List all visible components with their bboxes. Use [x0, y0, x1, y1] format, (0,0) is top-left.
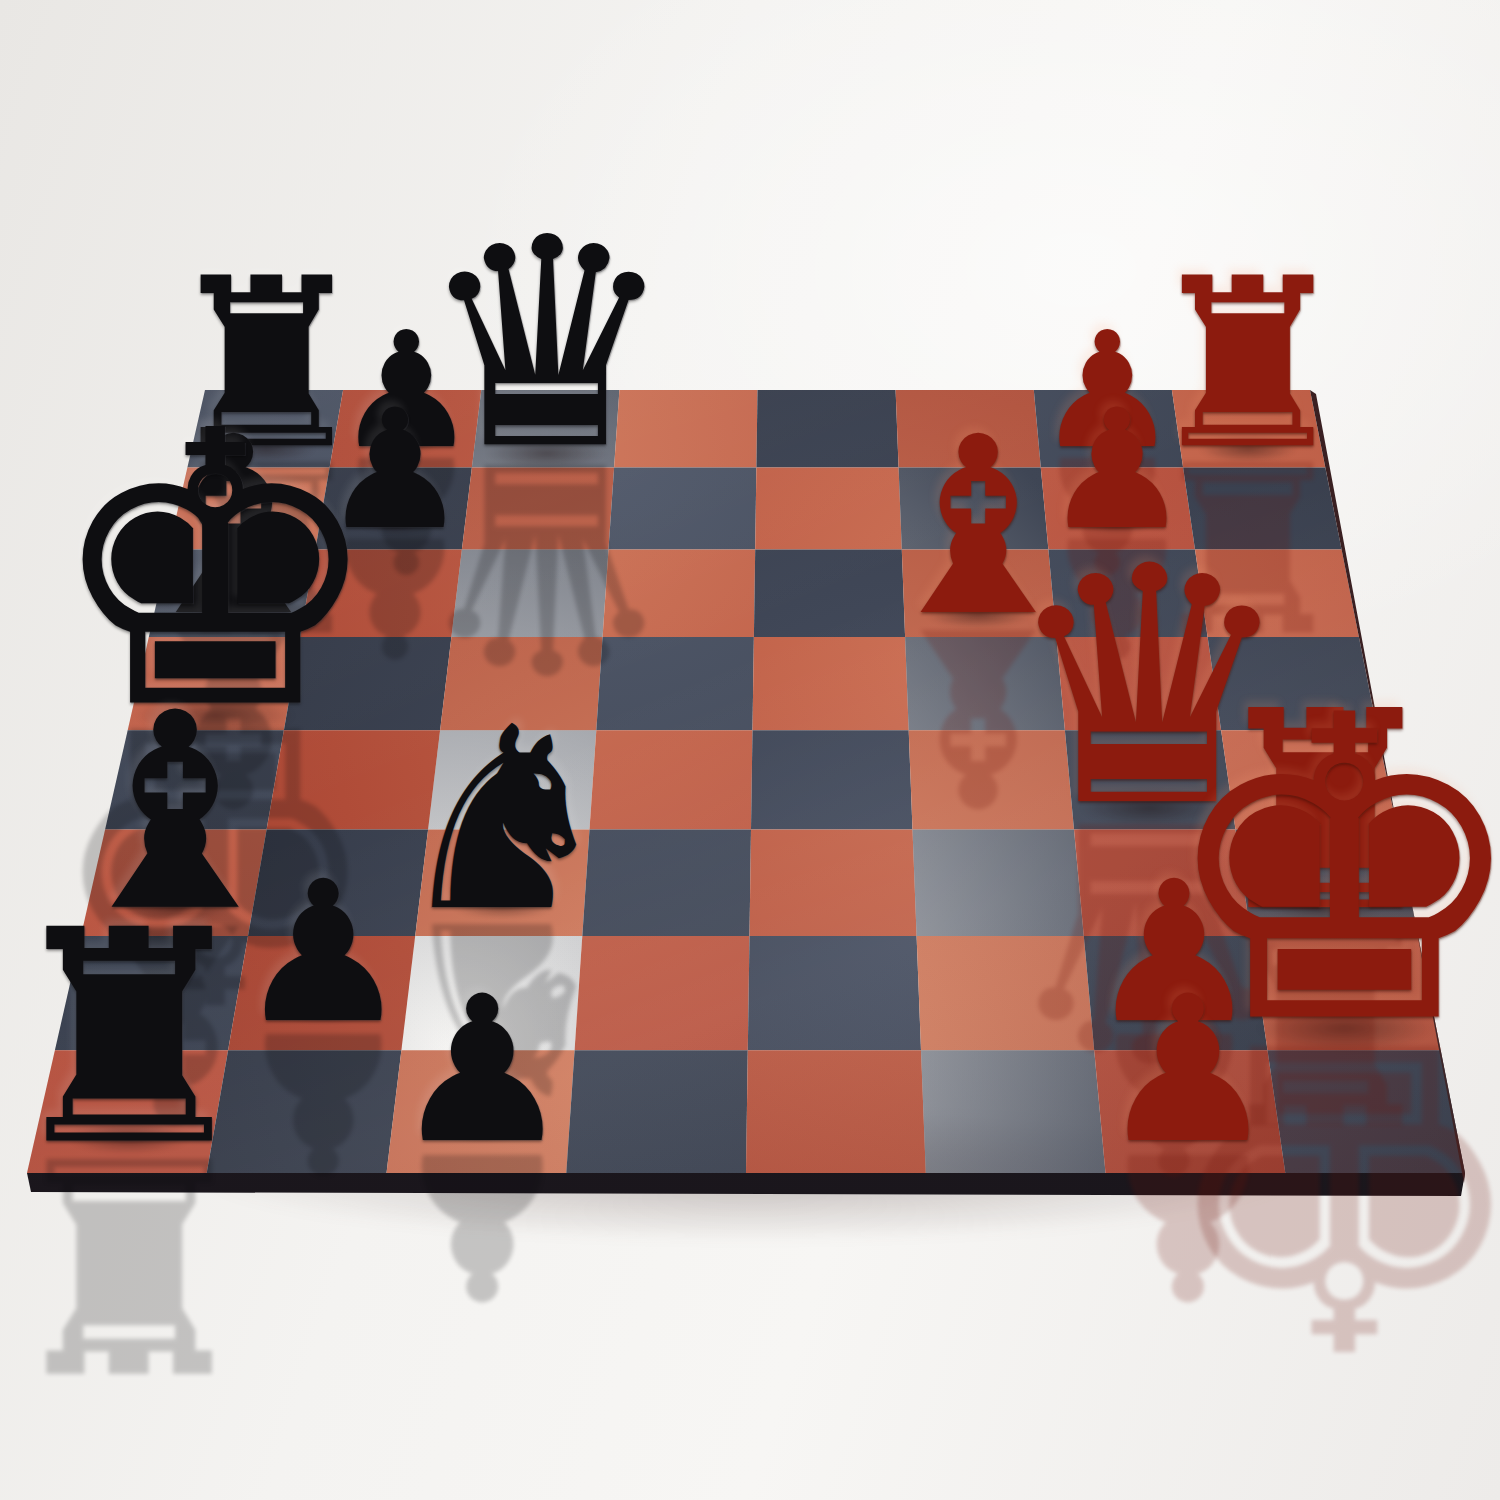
piece-black-knight-f6[interactable]: ♞	[391, 694, 617, 946]
piece-red-pawn-h2[interactable]: ♟	[1098, 970, 1279, 1172]
piece-black-pawn-h6[interactable]: ♟	[392, 970, 573, 1172]
piece-black-rook-h8[interactable]: ♜	[0, 891, 261, 1185]
piece-black-pawn-g7[interactable]: ♟	[236, 855, 411, 1050]
photo-stage: ♜♜♟♟♛♛♟♟♜♜♟♟♟♟♝♝♝♝♚♚♛♛♝♝♞♞♜♜♟♟♟♟♚♚♜♜♟♟♟♟	[0, 0, 1500, 1500]
